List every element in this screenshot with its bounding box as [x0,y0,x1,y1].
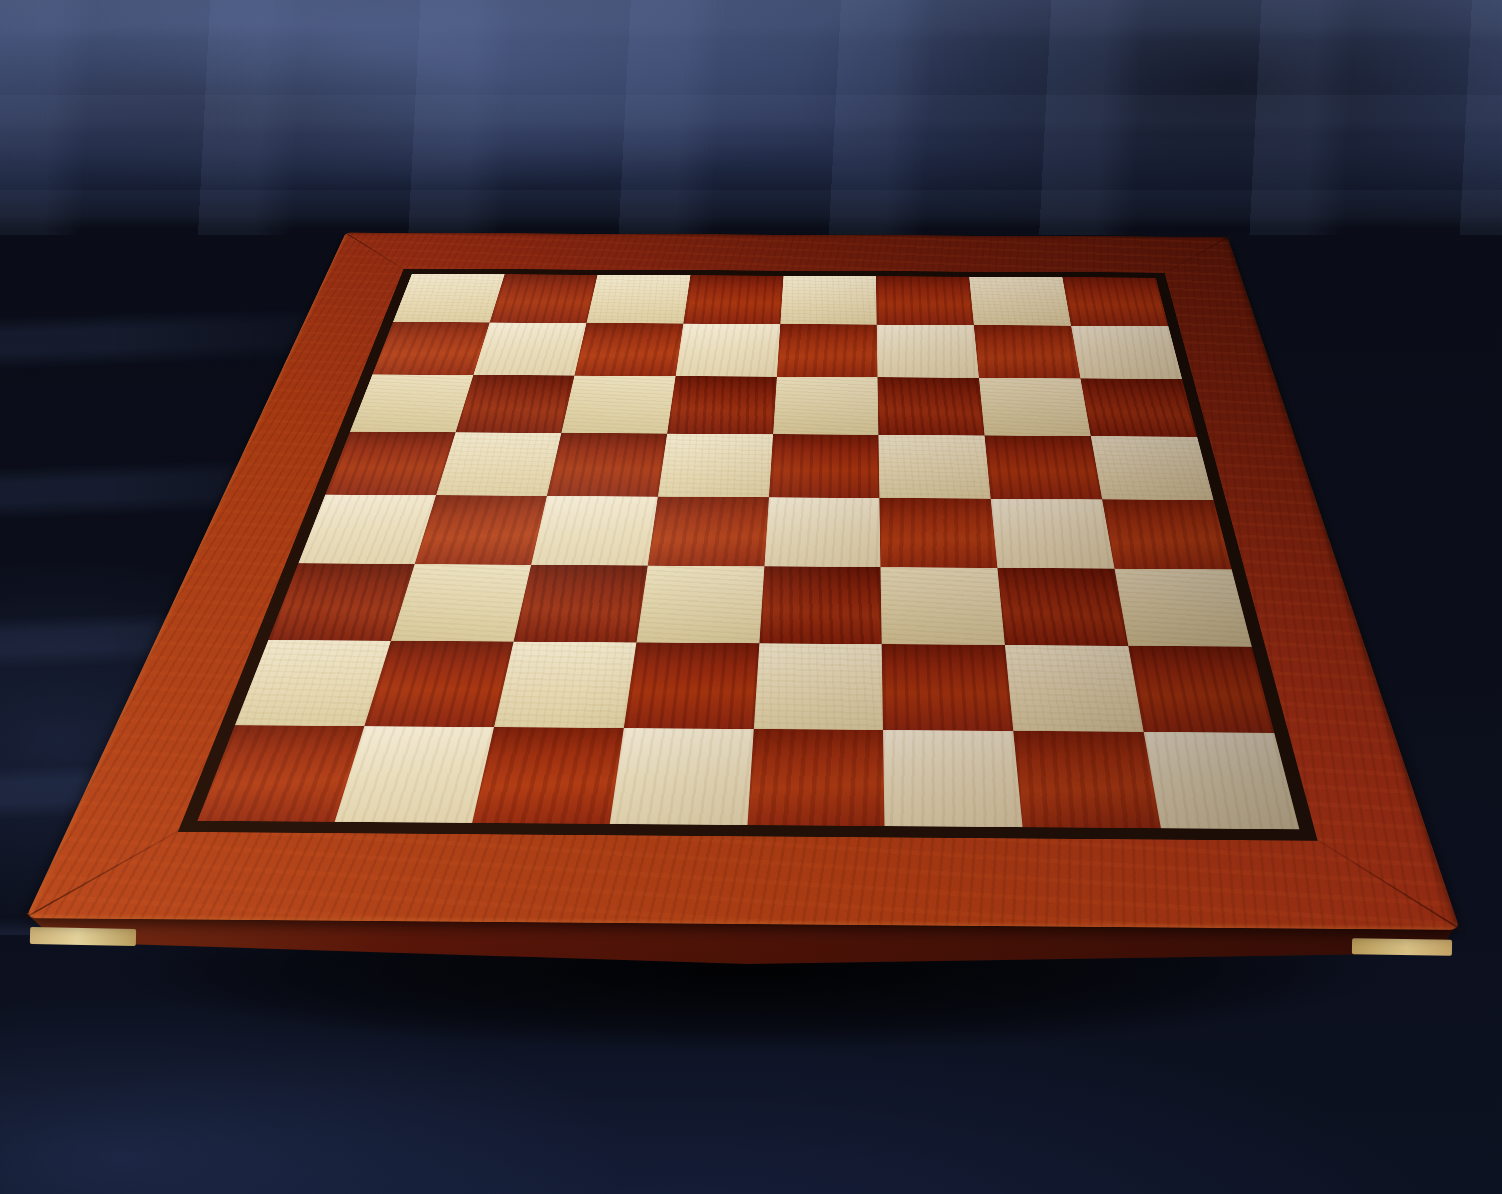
square-h6[interactable] [1081,378,1198,436]
square-d1[interactable] [609,728,753,825]
square-b6[interactable] [456,375,575,433]
square-g4[interactable] [991,498,1115,568]
photo-scene [0,0,1502,1194]
square-e5[interactable] [769,434,880,498]
square-g8[interactable] [969,277,1071,326]
square-a8[interactable] [393,274,505,323]
square-d8[interactable] [683,275,783,324]
square-g2[interactable] [1005,645,1144,732]
square-e2[interactable] [753,643,883,730]
square-c2[interactable] [494,642,636,728]
square-h1[interactable] [1144,732,1300,829]
square-d3[interactable] [636,566,764,644]
square-h5[interactable] [1091,436,1214,500]
square-h7[interactable] [1071,326,1182,379]
square-e1[interactable] [747,729,885,826]
square-a3[interactable] [268,564,414,641]
square-e6[interactable] [773,377,879,435]
square-h8[interactable] [1062,277,1168,326]
square-g7[interactable] [974,325,1081,378]
square-e3[interactable] [759,567,882,645]
square-f6[interactable] [878,377,985,435]
square-c1[interactable] [472,727,624,824]
square-b5[interactable] [436,432,561,496]
square-e7[interactable] [777,324,878,377]
square-f3[interactable] [881,567,1005,645]
square-e4[interactable] [764,497,881,567]
square-a7[interactable] [372,322,489,375]
square-d6[interactable] [667,376,777,434]
square-f5[interactable] [879,435,991,499]
square-e8[interactable] [780,276,877,325]
square-c7[interactable] [574,323,683,376]
square-d7[interactable] [675,324,780,377]
backdrop-wall [0,0,1502,235]
square-b7[interactable] [473,322,586,375]
square-a5[interactable] [325,432,455,495]
square-c8[interactable] [586,275,690,324]
playing-field[interactable] [197,274,1299,830]
square-h4[interactable] [1102,499,1232,569]
square-f8[interactable] [876,276,974,325]
square-h3[interactable] [1115,569,1252,647]
miter-joint-top-right [1163,237,1229,274]
square-b8[interactable] [490,274,598,323]
square-a4[interactable] [298,494,436,564]
miter-joint-top-left [345,232,406,270]
square-c6[interactable] [561,375,675,433]
miter-joint-bottom-right [1313,837,1461,930]
square-g1[interactable] [1013,731,1161,828]
square-g5[interactable] [985,435,1102,499]
wenge-inlay-border [178,269,1318,841]
square-f4[interactable] [880,498,998,568]
corner-spline-right [1352,938,1452,955]
square-f1[interactable] [883,730,1023,827]
square-g3[interactable] [998,568,1129,646]
square-h2[interactable] [1128,646,1274,733]
square-d5[interactable] [658,433,773,497]
square-d2[interactable] [623,643,758,729]
square-c5[interactable] [547,433,667,497]
square-b1[interactable] [335,726,494,823]
square-a6[interactable] [350,374,473,432]
square-c4[interactable] [531,496,658,566]
square-b2[interactable] [364,641,513,727]
square-d4[interactable] [647,496,768,566]
square-b4[interactable] [415,495,547,565]
square-f7[interactable] [877,325,979,378]
corner-spline-left [30,927,136,946]
square-b3[interactable] [391,564,531,642]
square-f2[interactable] [882,644,1014,731]
square-c3[interactable] [513,565,647,643]
square-g6[interactable] [979,378,1091,436]
